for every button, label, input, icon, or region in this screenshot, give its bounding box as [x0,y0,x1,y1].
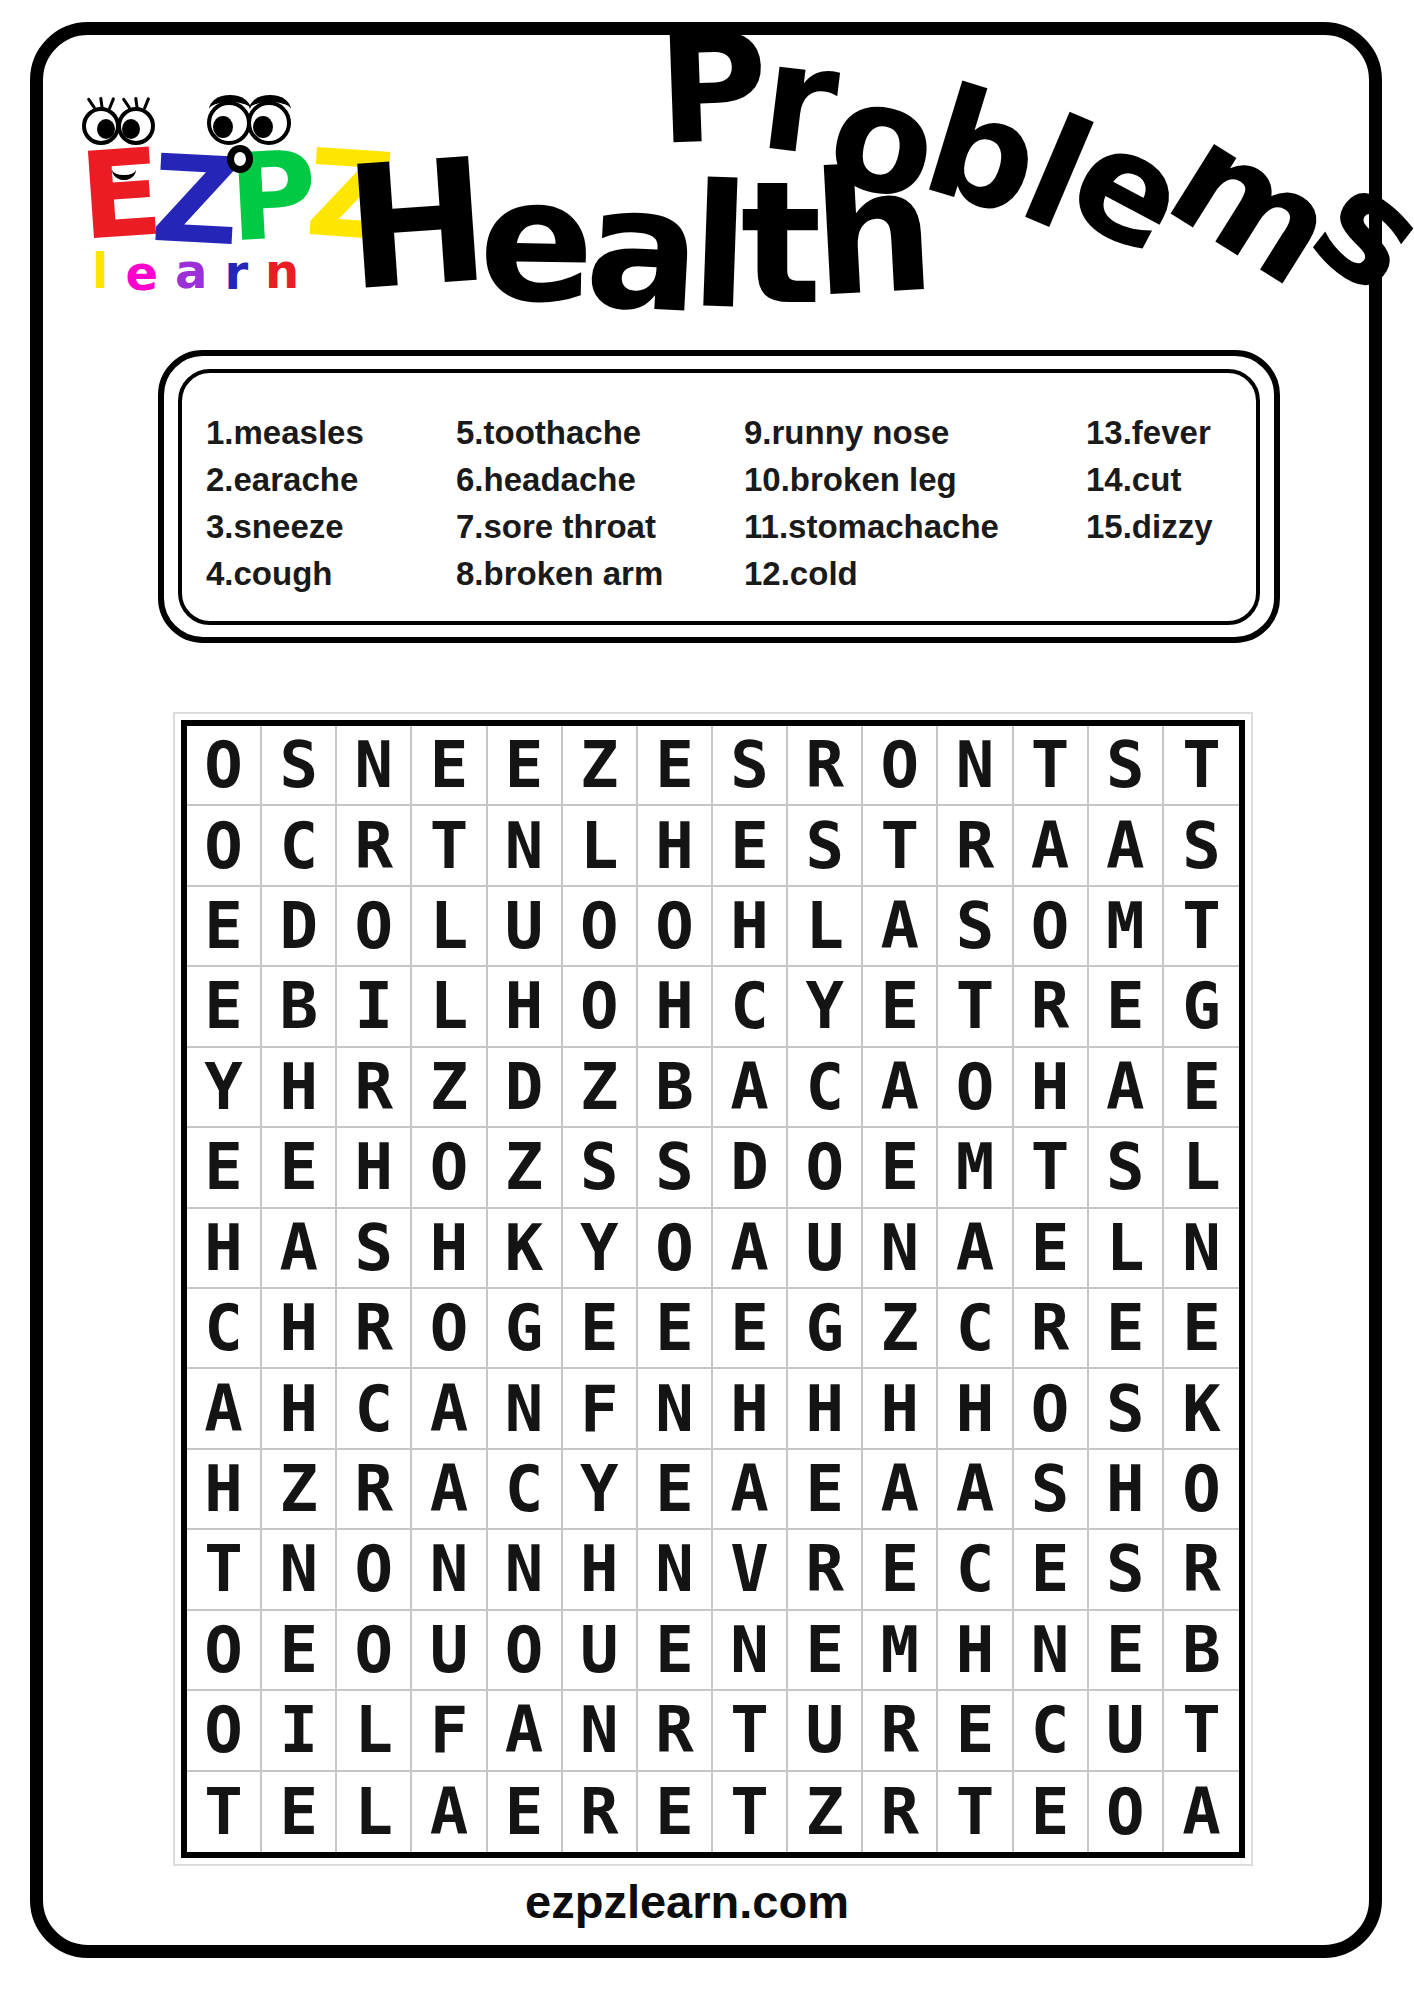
grid-cell[interactable]: H [337,1128,412,1208]
word-list-column-2: 5.toothache6.headache7.sore throat8.brok… [456,409,663,597]
grid-cell[interactable]: U [412,1611,487,1691]
grid-cell[interactable]: T [713,1691,788,1771]
grid-cell[interactable]: T [1164,726,1239,806]
grid-cell[interactable]: H [563,1530,638,1610]
grid-cell[interactable]: A [938,1209,1013,1289]
grid-cell[interactable]: E [1164,1048,1239,1128]
grid-cell[interactable]: O [187,806,262,886]
word-item: 13.fever [1086,409,1213,456]
grid-cell[interactable]: R [863,1691,938,1771]
grid-cell[interactable]: Z [788,1772,863,1852]
grid-cell[interactable]: S [337,1209,412,1289]
grid-cell[interactable]: Z [863,1289,938,1369]
grid-cell[interactable]: I [337,967,412,1047]
pupil-icon [97,119,115,139]
grid-cell[interactable]: R [337,1289,412,1369]
grid-cell[interactable]: R [788,1530,863,1610]
ezpz-learn-logo: EZPZ learn [80,95,370,305]
grid-cell[interactable]: B [1164,1611,1239,1691]
grid-cell[interactable]: R [337,1048,412,1128]
grid-cell[interactable]: E [638,726,713,806]
grid-cell[interactable]: E [638,1611,713,1691]
grid-cell[interactable]: T [863,806,938,886]
grid-cell[interactable]: H [262,1048,337,1128]
grid-cell[interactable]: O [187,1691,262,1771]
grid-cell[interactable]: L [412,887,487,967]
grid-cell[interactable]: G [788,1289,863,1369]
grid-cell[interactable]: E [1089,1611,1164,1691]
grid-cell[interactable]: E [563,1289,638,1369]
googly-eyes-icon [207,101,291,145]
grid-cell[interactable]: S [1089,726,1164,806]
grid-cell[interactable]: H [262,1369,337,1449]
googly-eyes-icon [82,107,155,145]
grid-cell[interactable]: N [638,1369,713,1449]
word-item: 3.sneeze [206,503,364,550]
grid-cell[interactable]: E [1014,1530,1089,1610]
grid-cell[interactable]: E [187,887,262,967]
grid-cell[interactable]: L [1164,1128,1239,1208]
grid-cell[interactable]: O [863,726,938,806]
grid-cell[interactable]: Y [563,1450,638,1530]
grid-cell[interactable]: C [337,1369,412,1449]
grid-cell[interactable]: S [1089,1128,1164,1208]
grid-cell[interactable]: R [938,806,1013,886]
eye-icon [117,107,155,145]
grid-cell[interactable]: H [488,967,563,1047]
grid-cell[interactable]: U [1089,1691,1164,1771]
word-list-column-4: 13.fever14.cut15.dizzy [1086,409,1213,550]
grid-cell[interactable]: A [1089,806,1164,886]
grid-cell[interactable]: H [187,1209,262,1289]
eye-icon [247,101,291,145]
grid-cell[interactable]: A [1014,806,1089,886]
grid-cell[interactable]: R [788,726,863,806]
grid-cell[interactable]: R [1164,1530,1239,1610]
grid-cell[interactable]: H [187,1450,262,1530]
grid-cell[interactable]: E [863,967,938,1047]
logo-letter: r [224,248,265,296]
grid-cell[interactable]: A [713,1450,788,1530]
grid-cell[interactable]: N [563,1691,638,1771]
grid-cell[interactable]: E [187,967,262,1047]
grid-cell[interactable]: N [1164,1209,1239,1289]
title-letter: P [655,12,765,166]
grid-cell[interactable]: S [938,887,1013,967]
grid-cell[interactable]: D [262,887,337,967]
grid-cell[interactable]: Y [563,1209,638,1289]
grid-cell[interactable]: Y [187,1048,262,1128]
grid-cell[interactable]: H [713,887,788,967]
grid-cell[interactable]: A [863,887,938,967]
grid-cell[interactable]: L [563,806,638,886]
grid-cell[interactable]: O [1014,1369,1089,1449]
grid-cell[interactable]: E [863,1128,938,1208]
grid-cell[interactable]: N [412,1530,487,1610]
grid-cell[interactable]: H [863,1369,938,1449]
grid-cell[interactable]: O [563,967,638,1047]
grid-cell[interactable]: E [1089,1289,1164,1369]
open-mouth-icon [227,145,253,173]
grid-cell[interactable]: S [1014,1450,1089,1530]
grid-cell[interactable]: C [187,1289,262,1369]
grid-cell[interactable]: N [638,1530,713,1610]
grid-cell[interactable]: R [337,1450,412,1530]
grid-cell[interactable]: R [638,1691,713,1771]
grid-cell[interactable]: A [412,1369,487,1449]
grid-cell[interactable]: A [187,1369,262,1449]
grid-cell[interactable]: S [1089,1369,1164,1449]
grid-cell[interactable]: R [337,806,412,886]
word-item: 7.sore throat [456,503,663,550]
grid-cell[interactable]: D [488,1048,563,1128]
grid-cell[interactable]: Z [563,1048,638,1128]
grid-cell[interactable]: S [1164,806,1239,886]
grid-cell[interactable]: T [938,1772,1013,1852]
grid-cell[interactable]: A [863,1450,938,1530]
grid-cell[interactable]: T [412,806,487,886]
grid-cell[interactable]: H [638,967,713,1047]
grid-cell[interactable]: A [262,1209,337,1289]
grid-cell[interactable]: C [488,1450,563,1530]
grid-cell[interactable]: O [412,1289,487,1369]
eye-icon [207,101,251,145]
grid-cell[interactable]: E [638,1772,713,1852]
grid-cell[interactable]: O [187,726,262,806]
grid-cell[interactable]: E [488,1772,563,1852]
grid-cell[interactable]: E [262,1772,337,1852]
logo-letter: l [92,243,125,299]
grid-cell[interactable]: Z [412,1048,487,1128]
grid-cell[interactable]: G [488,1289,563,1369]
title-letter: l [688,161,743,333]
grid-cell[interactable]: O [337,1530,412,1610]
grid-cell[interactable]: O [187,1611,262,1691]
grid-cell[interactable]: N [938,726,1013,806]
grid-cell[interactable]: T [1014,726,1089,806]
grid-cell[interactable]: E [788,1450,863,1530]
grid-cell[interactable]: H [262,1289,337,1369]
grid-cell[interactable]: T [713,1772,788,1852]
grid-cell[interactable]: H [938,1611,1013,1691]
grid-cell[interactable]: U [788,1691,863,1771]
grid-cell[interactable]: O [1164,1450,1239,1530]
grid-cell[interactable]: O [488,1611,563,1691]
grid-cell[interactable]: T [1164,887,1239,967]
grid-cell[interactable]: E [638,1289,713,1369]
word-search-board: OSNEEZESRONTSTOCRTNLHESTRAASEDOLUOOHLASO… [181,720,1245,1858]
word-item: 14.cut [1086,456,1213,503]
title-letter: a [581,161,695,336]
grid-cell[interactable]: F [412,1691,487,1771]
grid-cell[interactable]: H [938,1369,1013,1449]
grid-cell[interactable]: T [187,1772,262,1852]
grid-cell[interactable]: O [938,1048,1013,1128]
grid-cell[interactable]: S [1089,1530,1164,1610]
grid-cell[interactable]: R [1014,1289,1089,1369]
grid-cell[interactable]: U [788,1209,863,1289]
word-item: 9.runny nose [744,409,999,456]
logo-sub-text: learn [92,247,316,295]
grid-cell[interactable]: O [1014,887,1089,967]
grid-cell[interactable]: C [938,1530,1013,1610]
grid-cell[interactable]: O [337,887,412,967]
grid-cell[interactable]: K [488,1209,563,1289]
grid-cell[interactable]: E [1089,967,1164,1047]
grid-cell[interactable]: E [262,1128,337,1208]
grid-cell[interactable]: A [412,1450,487,1530]
grid-cell[interactable]: C [262,806,337,886]
grid-cell[interactable]: O [337,1611,412,1691]
word-item: 11.stomachache [744,503,999,550]
grid-cell[interactable]: O [638,887,713,967]
grid-cell[interactable]: E [713,1289,788,1369]
word-item: 15.dizzy [1086,503,1213,550]
logo-letter: e [125,249,175,297]
grid-cell[interactable]: T [1164,1691,1239,1771]
grid-cell[interactable]: B [638,1048,713,1128]
grid-cell[interactable]: A [863,1048,938,1128]
grid-cell[interactable]: C [938,1289,1013,1369]
grid-cell[interactable]: O [638,1209,713,1289]
grid-cell[interactable]: A [488,1691,563,1771]
grid-cell[interactable]: L [788,887,863,967]
grid-cell[interactable]: C [788,1048,863,1128]
grid-cell[interactable]: E [938,1691,1013,1771]
grid-cell[interactable]: O [563,887,638,967]
grid-cell[interactable]: O [788,1128,863,1208]
grid-cell[interactable]: D [713,1128,788,1208]
grid-cell[interactable]: C [1014,1691,1089,1771]
grid-cell[interactable]: Z [488,1128,563,1208]
grid-cell[interactable]: H [1089,1450,1164,1530]
grid-cell[interactable]: L [337,1772,412,1852]
grid-cell[interactable]: R [1014,967,1089,1047]
grid-cell[interactable]: N [863,1209,938,1289]
word-item: 10.broken leg [744,456,999,503]
grid-cell[interactable]: S [788,806,863,886]
grid-cell[interactable]: N [337,726,412,806]
grid-cell[interactable]: E [1014,1772,1089,1852]
grid-cell[interactable]: Y [788,967,863,1047]
grid-cell[interactable]: O [412,1128,487,1208]
grid-cell[interactable]: H [1014,1048,1089,1128]
eye-icon [82,107,120,145]
grid-cell[interactable]: M [1089,887,1164,967]
grid-cell[interactable]: R [863,1772,938,1852]
grid-cell[interactable]: N [1014,1611,1089,1691]
word-item: 2.earache [206,456,364,503]
grid-cell[interactable]: R [563,1772,638,1852]
footer-site-url: ezpzlearn.com [0,1874,1394,1929]
grid-cell[interactable]: H [713,1369,788,1449]
grid-cell[interactable]: A [1089,1048,1164,1128]
grid-cell[interactable]: U [563,1611,638,1691]
grid-cell[interactable]: E [1164,1289,1239,1369]
grid-cell[interactable]: E [638,1450,713,1530]
grid-cell[interactable]: A [412,1772,487,1852]
grid-cell[interactable]: A [1164,1772,1239,1852]
grid-cell[interactable]: S [638,1128,713,1208]
grid-cell[interactable]: A [938,1450,1013,1530]
grid-cell[interactable]: E [262,1611,337,1691]
grid-cell[interactable]: T [187,1530,262,1610]
grid-cell[interactable]: Z [262,1450,337,1530]
smile-mouth-icon [112,159,136,180]
grid-cell[interactable]: M [938,1128,1013,1208]
grid-cell[interactable]: E [412,726,487,806]
grid-cell[interactable]: C [713,967,788,1047]
word-item: 12.cold [744,550,999,597]
grid-cell[interactable]: E [488,726,563,806]
grid-cell[interactable]: L [337,1691,412,1771]
grid-cell[interactable]: H [638,806,713,886]
pupil-icon [253,116,273,138]
grid-cell[interactable]: E [1014,1209,1089,1289]
grid-cell[interactable]: K [1164,1369,1239,1449]
title-letter: H [340,136,485,315]
grid-cell[interactable]: H [788,1369,863,1449]
word-item: 5.toothache [456,409,663,456]
pupil-icon [122,119,140,139]
grid-cell[interactable]: V [713,1530,788,1610]
grid-cell[interactable]: N [488,806,563,886]
grid-cell[interactable]: T [938,967,1013,1047]
grid-cell[interactable]: O [1089,1772,1164,1852]
grid-cell[interactable]: N [713,1611,788,1691]
grid-cell[interactable]: L [1089,1209,1164,1289]
grid-cell[interactable]: M [863,1611,938,1691]
word-grid: OSNEEZESRONTSTOCRTNLHESTRAASEDOLUOOHLASO… [187,726,1239,1852]
logo-letter: n [265,243,316,299]
grid-cell[interactable]: E [863,1530,938,1610]
page-title-word-problems: Problems [658,14,1411,164]
grid-cell[interactable]: H [412,1209,487,1289]
grid-cell[interactable]: E [187,1128,262,1208]
grid-cell[interactable]: Z [563,726,638,806]
word-item: 6.headache [456,456,663,503]
word-item: 8.broken arm [456,550,663,597]
grid-cell[interactable]: I [262,1691,337,1771]
grid-cell[interactable]: N [262,1530,337,1610]
title-letter: e [478,155,587,327]
grid-cell[interactable]: L [412,967,487,1047]
grid-cell[interactable]: S [262,726,337,806]
logo-letter: a [175,243,224,299]
grid-cell[interactable]: A [713,1048,788,1128]
grid-cell[interactable]: T [1014,1128,1089,1208]
grid-cell[interactable]: E [788,1611,863,1691]
grid-cell[interactable]: S [713,726,788,806]
word-item: 1.measles [206,409,364,456]
grid-cell[interactable]: B [262,967,337,1047]
grid-cell[interactable]: N [488,1530,563,1610]
word-list-column-1: 1.measles2.earache3.sneeze4.cough [206,409,364,597]
grid-cell[interactable]: U [488,887,563,967]
grid-cell[interactable]: F [563,1369,638,1449]
grid-cell[interactable]: G [1164,967,1239,1047]
pupil-icon [213,116,233,138]
word-list-column-3: 9.runny nose10.broken leg11.stomachache1… [744,409,999,597]
grid-cell[interactable]: S [563,1128,638,1208]
grid-cell[interactable]: E [713,806,788,886]
word-item: 4.cough [206,550,364,597]
grid-cell[interactable]: N [488,1369,563,1449]
grid-cell[interactable]: A [713,1209,788,1289]
